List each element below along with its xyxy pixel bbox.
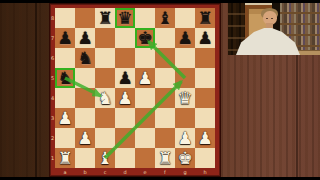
square-g8[interactable] bbox=[175, 8, 195, 28]
video-frame: 87654321 abcdefgh ♜♛♝♜♟♟♚♟♟♞♞♟♟♞♟♛♟♟♟♟♜♝… bbox=[0, 0, 320, 180]
square-h8[interactable]: ♜ bbox=[195, 8, 215, 28]
square-b2[interactable]: ♟ bbox=[75, 128, 95, 148]
black-pawn[interactable]: ♟ bbox=[115, 68, 135, 88]
square-e1[interactable] bbox=[135, 148, 155, 168]
square-h7[interactable]: ♟ bbox=[195, 28, 215, 48]
square-d8[interactable]: ♛ bbox=[115, 8, 135, 28]
square-g6[interactable] bbox=[175, 48, 195, 68]
black-rook[interactable]: ♜ bbox=[195, 8, 215, 28]
square-c1[interactable]: ♝ bbox=[95, 148, 115, 168]
square-e2[interactable] bbox=[135, 128, 155, 148]
black-knight[interactable]: ♞ bbox=[55, 68, 75, 88]
square-e3[interactable] bbox=[135, 108, 155, 128]
square-d6[interactable] bbox=[115, 48, 135, 68]
square-f4[interactable] bbox=[155, 88, 175, 108]
square-b8[interactable] bbox=[75, 8, 95, 28]
square-f8[interactable]: ♝ bbox=[155, 8, 175, 28]
square-f6[interactable] bbox=[155, 48, 175, 68]
square-b1[interactable] bbox=[75, 148, 95, 168]
square-h3[interactable] bbox=[195, 108, 215, 128]
webcam-video bbox=[228, 3, 320, 55]
black-knight[interactable]: ♞ bbox=[75, 48, 95, 68]
square-e6[interactable] bbox=[135, 48, 155, 68]
square-a7[interactable]: ♟ bbox=[55, 28, 75, 48]
square-h1[interactable] bbox=[195, 148, 215, 168]
black-bishop[interactable]: ♝ bbox=[155, 8, 175, 28]
square-b7[interactable]: ♟ bbox=[75, 28, 95, 48]
presenter-eye bbox=[271, 18, 273, 19]
square-d2[interactable] bbox=[115, 128, 135, 148]
square-e8[interactable] bbox=[135, 8, 155, 28]
square-d3[interactable] bbox=[115, 108, 135, 128]
file-label-a: a bbox=[55, 168, 75, 176]
white-pawn[interactable]: ♟ bbox=[135, 68, 155, 88]
white-pawn[interactable]: ♟ bbox=[75, 128, 95, 148]
square-g2[interactable]: ♟ bbox=[175, 128, 195, 148]
black-queen[interactable]: ♛ bbox=[115, 8, 135, 28]
square-d1[interactable] bbox=[115, 148, 135, 168]
square-d4[interactable]: ♟ bbox=[115, 88, 135, 108]
square-e7[interactable]: ♚ bbox=[135, 28, 155, 48]
white-rook[interactable]: ♜ bbox=[55, 148, 75, 168]
file-label-d: d bbox=[115, 168, 135, 176]
square-f7[interactable] bbox=[155, 28, 175, 48]
presenter-eye bbox=[266, 18, 268, 19]
square-c2[interactable] bbox=[95, 128, 115, 148]
square-g7[interactable]: ♟ bbox=[175, 28, 195, 48]
letterbox-top bbox=[0, 0, 320, 3]
square-c8[interactable]: ♜ bbox=[95, 8, 115, 28]
square-a4[interactable] bbox=[55, 88, 75, 108]
file-label-h: h bbox=[195, 168, 215, 176]
square-g4[interactable]: ♛ bbox=[175, 88, 195, 108]
square-a2[interactable] bbox=[55, 128, 75, 148]
black-king[interactable]: ♚ bbox=[135, 28, 155, 48]
square-h6[interactable] bbox=[195, 48, 215, 68]
square-h5[interactable] bbox=[195, 68, 215, 88]
white-pawn[interactable]: ♟ bbox=[175, 128, 195, 148]
square-h4[interactable] bbox=[195, 88, 215, 108]
letterbox-bottom bbox=[0, 177, 320, 180]
black-pawn[interactable]: ♟ bbox=[75, 28, 95, 48]
square-b6[interactable]: ♞ bbox=[75, 48, 95, 68]
white-rook[interactable]: ♜ bbox=[155, 148, 175, 168]
square-g5[interactable] bbox=[175, 68, 195, 88]
square-a8[interactable] bbox=[55, 8, 75, 28]
square-a3[interactable]: ♟ bbox=[55, 108, 75, 128]
white-pawn[interactable]: ♟ bbox=[195, 128, 215, 148]
square-c3[interactable] bbox=[95, 108, 115, 128]
square-c5[interactable] bbox=[95, 68, 115, 88]
square-a5[interactable]: ♞ bbox=[55, 68, 75, 88]
black-pawn[interactable]: ♟ bbox=[195, 28, 215, 48]
square-c4[interactable]: ♞ bbox=[95, 88, 115, 108]
square-d7[interactable] bbox=[115, 28, 135, 48]
file-label-g: g bbox=[175, 168, 195, 176]
file-label-c: c bbox=[95, 168, 115, 176]
square-b3[interactable] bbox=[75, 108, 95, 128]
square-g1[interactable]: ♚ bbox=[175, 148, 195, 168]
black-pawn[interactable]: ♟ bbox=[175, 28, 195, 48]
presenter-neck bbox=[266, 23, 273, 29]
square-b4[interactable] bbox=[75, 88, 95, 108]
square-f5[interactable] bbox=[155, 68, 175, 88]
square-a1[interactable]: ♜ bbox=[55, 148, 75, 168]
white-king[interactable]: ♚ bbox=[175, 148, 195, 168]
white-pawn[interactable]: ♟ bbox=[115, 88, 135, 108]
file-labels: abcdefgh bbox=[55, 168, 215, 176]
square-f2[interactable] bbox=[155, 128, 175, 148]
square-d5[interactable]: ♟ bbox=[115, 68, 135, 88]
square-c7[interactable] bbox=[95, 28, 115, 48]
white-pawn[interactable]: ♟ bbox=[55, 108, 75, 128]
black-rook[interactable]: ♜ bbox=[95, 8, 115, 28]
file-label-e: e bbox=[135, 168, 155, 176]
square-h2[interactable]: ♟ bbox=[195, 128, 215, 148]
white-bishop[interactable]: ♝ bbox=[95, 148, 115, 168]
square-e4[interactable] bbox=[135, 88, 155, 108]
chess-board[interactable]: ♜♛♝♜♟♟♚♟♟♞♞♟♟♞♟♛♟♟♟♟♜♝♜♚ bbox=[55, 8, 215, 168]
square-f3[interactable] bbox=[155, 108, 175, 128]
black-pawn[interactable]: ♟ bbox=[55, 28, 75, 48]
square-e5[interactable]: ♟ bbox=[135, 68, 155, 88]
square-c6[interactable] bbox=[95, 48, 115, 68]
square-a6[interactable] bbox=[55, 48, 75, 68]
file-label-f: f bbox=[155, 168, 175, 176]
square-g3[interactable] bbox=[175, 108, 195, 128]
square-b5[interactable] bbox=[75, 68, 95, 88]
square-f1[interactable]: ♜ bbox=[155, 148, 175, 168]
white-queen[interactable]: ♛ bbox=[175, 88, 195, 108]
white-knight[interactable]: ♞ bbox=[95, 88, 115, 108]
file-label-b: b bbox=[75, 168, 95, 176]
